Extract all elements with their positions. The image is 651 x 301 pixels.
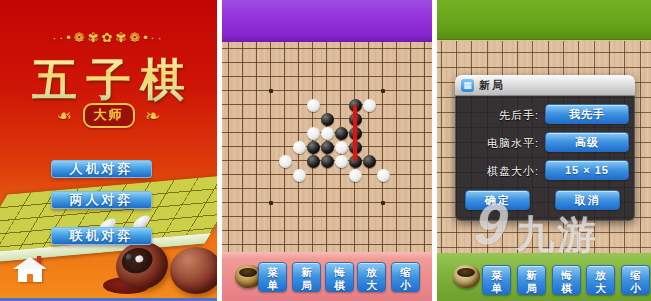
- black-stone: [307, 141, 320, 154]
- toolbar-button-zoom-in[interactable]: 放大: [357, 262, 386, 292]
- dialog-row-board-size: 棋盘大小: 15 × 15: [455, 160, 635, 184]
- gomoku-board[interactable]: [222, 42, 432, 252]
- game-toolbar: 菜单 新局 悔棋 放大 缩小: [222, 252, 432, 301]
- white-stone: [335, 141, 348, 154]
- win-line: [353, 105, 357, 161]
- ok-button[interactable]: 确定: [465, 190, 530, 210]
- stone-bowl: [170, 247, 217, 294]
- toolbar-button-undo[interactable]: 悔棋: [325, 262, 354, 292]
- white-stone: [321, 127, 334, 140]
- toolbar-button-menu[interactable]: 菜单: [482, 265, 511, 295]
- white-stone: [377, 169, 390, 182]
- black-stone: [321, 141, 334, 154]
- game-board-panel: 菜单 新局 悔棋 放大 缩小: [222, 0, 432, 301]
- board-size-label: 棋盘大小:: [455, 164, 539, 179]
- cancel-button[interactable]: 取消: [555, 190, 620, 210]
- menu-button-human-vs-computer[interactable]: 人机对弈: [51, 160, 152, 178]
- menu-button-two-players[interactable]: 两人对弈: [51, 191, 152, 209]
- white-stone: [307, 99, 320, 112]
- star-point: [381, 89, 385, 93]
- dialog-row-first-move: 先后手: 我先手: [455, 104, 635, 128]
- white-stone: [293, 141, 306, 154]
- toolbar-button-undo[interactable]: 悔棋: [552, 265, 581, 295]
- swirl-ornament-right: ❧: [145, 106, 160, 126]
- toolbar-button-new-game[interactable]: 新局: [292, 262, 321, 292]
- star-point: [381, 201, 385, 205]
- purple-header-bar: [222, 0, 432, 42]
- dialog-title-bar: ▦ 新局: [455, 75, 635, 96]
- menu-button-online-play[interactable]: 联机对弈: [51, 227, 152, 245]
- black-stone: [307, 155, 320, 168]
- toolbar-button-zoom-in[interactable]: 放大: [586, 265, 615, 295]
- black-stone: [321, 113, 334, 126]
- toolbar-button-zoom-out[interactable]: 缩小: [391, 262, 420, 292]
- ai-level-label: 电脑水平:: [455, 136, 539, 151]
- star-point: [269, 89, 273, 93]
- app-title: 五子棋: [0, 50, 217, 110]
- home-door: [27, 274, 33, 282]
- stone-bowl-icon: [453, 265, 480, 288]
- home-icon[interactable]: [13, 255, 47, 284]
- new-game-dialog: ▦ 新局 先后手: 我先手 电脑水平: 高级 棋盘大小: 15 × 15 确定 …: [455, 75, 635, 221]
- white-stone: [293, 169, 306, 182]
- game-toolbar: 菜单 新局 悔棋 放大 缩小: [437, 253, 651, 301]
- toolbar-button-menu[interactable]: 菜单: [258, 262, 287, 292]
- home-roof: [13, 257, 47, 269]
- first-move-label: 先后手:: [455, 108, 539, 123]
- screenshot-collage: ·∙•❁✾✿✾❁•∙· 五子棋 ❧ 大师 ❧ 人机对弈 两人对弈 联机对弈: [0, 0, 651, 301]
- white-stone: [349, 169, 362, 182]
- white-stone: [279, 155, 292, 168]
- bowl-opening: [239, 268, 257, 277]
- menu-screen-panel: ·∙•❁✾✿✾❁•∙· 五子棋 ❧ 大师 ❧ 人机对弈 两人对弈 联机对弈: [0, 0, 217, 301]
- black-stone: [335, 127, 348, 140]
- star-point: [269, 201, 273, 205]
- ai-level-select[interactable]: 高级: [545, 132, 629, 152]
- white-stone: [307, 127, 320, 140]
- new-game-dialog-panel: 菜单 新局 悔棋 放大 缩小 ▦ 新局 先后手: 我先手 电脑水平: 高级 棋盘…: [437, 0, 651, 301]
- white-stone: [335, 155, 348, 168]
- toolbar-button-new-game[interactable]: 新局: [517, 265, 546, 295]
- first-move-select[interactable]: 我先手: [545, 104, 629, 124]
- toolbar-button-zoom-out[interactable]: 缩小: [621, 265, 650, 295]
- dialog-title: 新局: [479, 78, 505, 93]
- gold-ornament-row: ·∙•❁✾✿✾❁•∙·: [0, 30, 217, 45]
- dialog-row-ai-level: 电脑水平: 高级: [455, 132, 635, 156]
- new-game-icon: ▦: [461, 79, 474, 92]
- master-badge: 大师: [83, 103, 135, 128]
- white-stone: [363, 99, 376, 112]
- black-stone: [321, 155, 334, 168]
- badge-row: ❧ 大师 ❧: [0, 103, 217, 128]
- board-size-select[interactable]: 15 × 15: [545, 160, 629, 180]
- swirl-ornament-left: ❧: [57, 105, 72, 127]
- bowl-opening: [457, 268, 475, 277]
- black-stone: [363, 155, 376, 168]
- green-header-bar: [437, 0, 651, 40]
